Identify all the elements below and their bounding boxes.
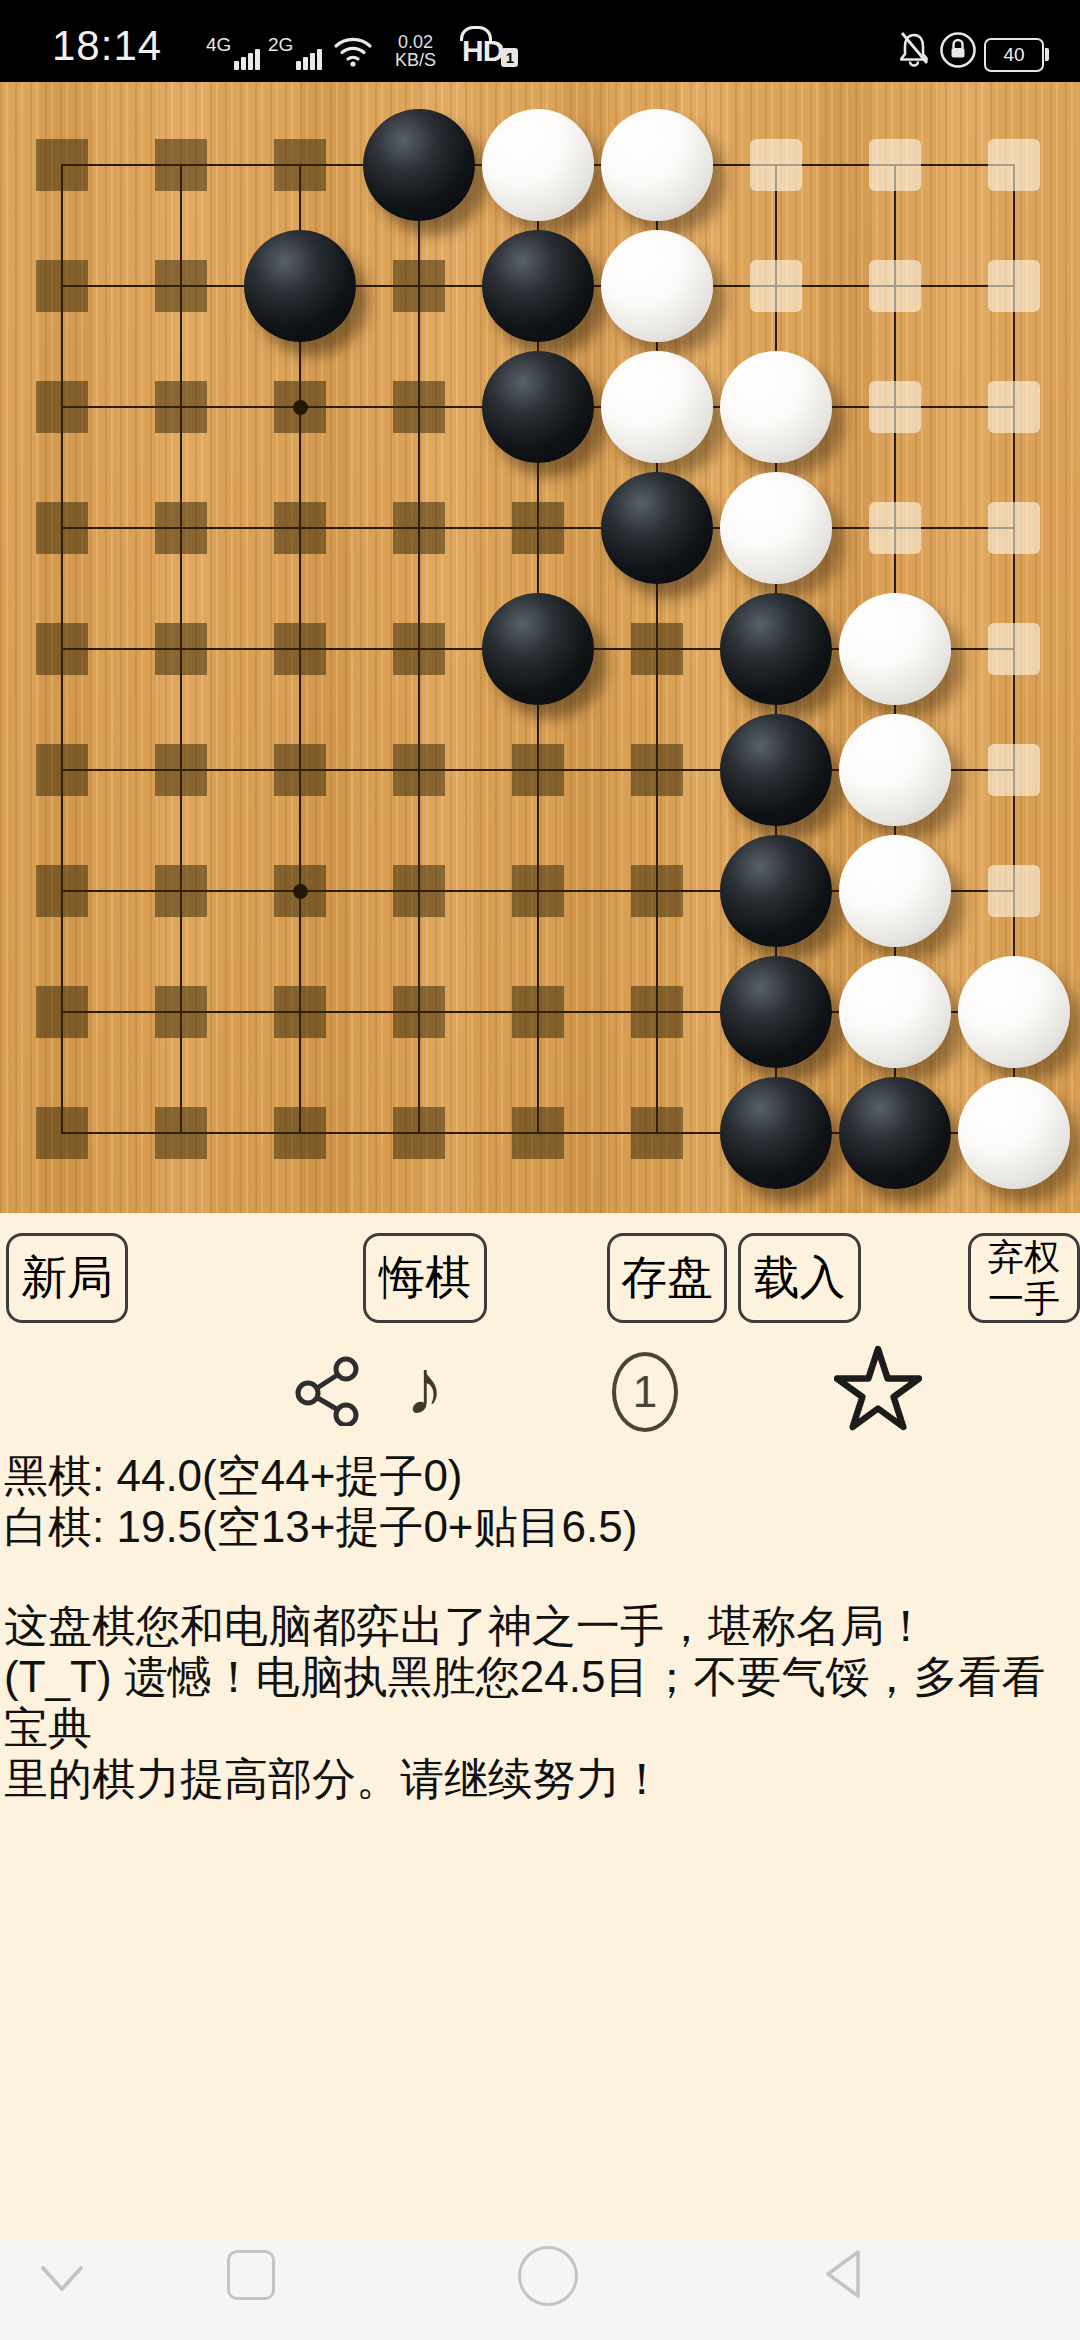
- black-territory-marker: [393, 260, 445, 312]
- black-territory-marker: [274, 1107, 326, 1159]
- white-territory-marker: [988, 865, 1040, 917]
- white-stone: [839, 835, 951, 947]
- black-territory-marker: [155, 260, 207, 312]
- black-territory-marker: [155, 986, 207, 1038]
- black-territory-marker: [36, 865, 88, 917]
- undo-button[interactable]: 悔棋: [363, 1233, 487, 1323]
- black-territory-marker: [155, 623, 207, 675]
- black-stone: [363, 109, 475, 221]
- back-button[interactable]: [818, 2246, 872, 2302]
- black-territory-marker: [36, 1107, 88, 1159]
- black-territory-marker: [393, 381, 445, 433]
- black-territory-marker: [36, 260, 88, 312]
- black-stone: [482, 351, 594, 463]
- black-territory-marker: [393, 1107, 445, 1159]
- white-stone: [720, 472, 832, 584]
- score-summary: 黑棋: 44.0(空44+提子0) 白棋: 19.5(空13+提子0+贴目6.5…: [4, 1450, 637, 1552]
- black-stone: [244, 230, 356, 342]
- black-territory-marker: [274, 865, 326, 917]
- black-territory-marker: [36, 744, 88, 796]
- white-stone: [958, 1077, 1070, 1189]
- white-stone: [601, 230, 713, 342]
- white-territory-marker: [869, 139, 921, 191]
- black-territory-marker: [274, 381, 326, 433]
- white-stone: [839, 956, 951, 1068]
- black-territory-marker: [512, 1107, 564, 1159]
- black-territory-marker: [393, 744, 445, 796]
- black-stone: [720, 1077, 832, 1189]
- pass-button[interactable]: 弃权 一手: [968, 1233, 1080, 1323]
- white-stone: [839, 593, 951, 705]
- black-stone: [839, 1077, 951, 1189]
- black-stone: [720, 593, 832, 705]
- star-icon[interactable]: [834, 1344, 922, 1432]
- white-territory-marker: [988, 623, 1040, 675]
- white-stone: [601, 351, 713, 463]
- black-territory-marker: [631, 986, 683, 1038]
- white-stone: [839, 714, 951, 826]
- black-territory-marker: [393, 986, 445, 1038]
- black-territory-marker: [274, 744, 326, 796]
- black-score-line: 黑棋: 44.0(空44+提子0): [4, 1450, 637, 1501]
- white-stone: [601, 109, 713, 221]
- black-territory-marker: [36, 502, 88, 554]
- black-territory-marker: [36, 381, 88, 433]
- load-button[interactable]: 载入: [738, 1233, 861, 1323]
- white-territory-marker: [869, 381, 921, 433]
- black-stone: [482, 593, 594, 705]
- white-territory-marker: [988, 744, 1040, 796]
- move-number-value: 1: [633, 1367, 657, 1417]
- white-territory-marker: [750, 139, 802, 191]
- black-territory-marker: [155, 381, 207, 433]
- black-territory-marker: [155, 502, 207, 554]
- white-territory-marker: [750, 260, 802, 312]
- black-territory-marker: [155, 139, 207, 191]
- black-territory-marker: [274, 623, 326, 675]
- black-territory-marker: [155, 744, 207, 796]
- game-result-message: 这盘棋您和电脑都弈出了神之一手，堪称名局！ (T_T) 遗憾！电脑执黑胜您24.…: [4, 1600, 1080, 1804]
- black-territory-marker: [512, 744, 564, 796]
- black-territory-marker: [36, 986, 88, 1038]
- recents-button[interactable]: [227, 2250, 275, 2300]
- white-territory-marker: [869, 502, 921, 554]
- black-territory-marker: [393, 865, 445, 917]
- black-territory-marker: [512, 865, 564, 917]
- black-territory-marker: [155, 1107, 207, 1159]
- white-territory-marker: [988, 260, 1040, 312]
- music-note-icon[interactable]: ♪: [405, 1348, 444, 1426]
- black-stone: [720, 714, 832, 826]
- board-grid: [0, 0, 1080, 1213]
- black-territory-marker: [155, 865, 207, 917]
- black-territory-marker: [393, 502, 445, 554]
- white-territory-marker: [869, 260, 921, 312]
- white-territory-marker: [988, 502, 1040, 554]
- black-territory-marker: [631, 865, 683, 917]
- black-territory-marker: [512, 502, 564, 554]
- black-territory-marker: [36, 139, 88, 191]
- black-territory-marker: [274, 502, 326, 554]
- go-board[interactable]: [0, 82, 1080, 1213]
- share-icon[interactable]: [295, 1356, 363, 1426]
- new-game-button[interactable]: 新局: [6, 1233, 128, 1323]
- black-territory-marker: [274, 986, 326, 1038]
- black-territory-marker: [512, 986, 564, 1038]
- black-territory-marker: [274, 139, 326, 191]
- black-territory-marker: [631, 744, 683, 796]
- white-stone: [720, 351, 832, 463]
- black-territory-marker: [36, 623, 88, 675]
- result-line: 里的棋力提高部分。请继续努力！: [4, 1753, 1080, 1804]
- move-number-icon[interactable]: 1: [612, 1352, 678, 1432]
- white-stone: [958, 956, 1070, 1068]
- hide-navbar-chevron-icon[interactable]: [40, 2265, 84, 2293]
- save-button[interactable]: 存盘: [607, 1233, 727, 1323]
- white-territory-marker: [988, 139, 1040, 191]
- black-territory-marker: [393, 623, 445, 675]
- black-stone: [720, 835, 832, 947]
- white-score-line: 白棋: 19.5(空13+提子0+贴目6.5): [4, 1501, 637, 1552]
- black-stone: [482, 230, 594, 342]
- result-line: (T_T) 遗憾！电脑执黑胜您24.5目；不要气馁，多看看宝典: [4, 1651, 1080, 1753]
- black-stone: [601, 472, 713, 584]
- black-territory-marker: [631, 623, 683, 675]
- result-line: 这盘棋您和电脑都弈出了神之一手，堪称名局！: [4, 1600, 1080, 1651]
- black-territory-marker: [631, 1107, 683, 1159]
- android-navigation-bar: [0, 2240, 1080, 2340]
- white-territory-marker: [988, 381, 1040, 433]
- white-stone: [482, 109, 594, 221]
- home-button[interactable]: [518, 2246, 578, 2306]
- black-stone: [720, 956, 832, 1068]
